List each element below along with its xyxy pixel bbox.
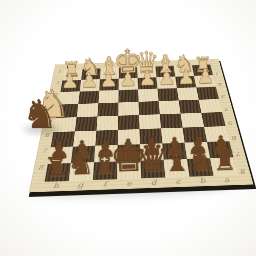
file-label-a: a — [214, 175, 241, 186]
rank-label-right-4: 4 — [219, 99, 233, 112]
square-a5 — [201, 112, 225, 127]
square-c4 — [159, 100, 181, 114]
black-rook-piece: ♜ — [201, 147, 248, 175]
file-label-e: e — [117, 178, 142, 189]
square-b4 — [179, 100, 202, 114]
square-g4 — [77, 103, 99, 117]
square-e5 — [118, 115, 140, 130]
file-label-g: g — [68, 180, 93, 191]
square-f3 — [98, 90, 118, 103]
square-d5 — [139, 114, 161, 129]
square-c5 — [160, 114, 183, 129]
square-e4 — [118, 102, 139, 116]
square-a8: ♜ — [210, 157, 238, 175]
file-label-f: f — [92, 179, 117, 190]
file-label-c: c — [165, 177, 191, 188]
square-g3 — [78, 91, 99, 104]
square-b5 — [181, 113, 205, 128]
square-d3 — [138, 89, 159, 102]
file-label-h: h — [43, 181, 69, 192]
square-c3 — [158, 88, 179, 101]
square-e3 — [118, 90, 138, 103]
rank-label-right-3: 3 — [216, 86, 230, 99]
board-grid: ♜♞♝♚♛♝♞♜♟♟♟♟♟♟♟♟♟♟♟♟♟♟♟♟♜♞♝♚♛♝♞♜ — [45, 65, 238, 182]
square-f5 — [96, 116, 118, 131]
file-label-d: d — [141, 178, 166, 189]
file-label-b: b — [189, 176, 215, 187]
off-board-pieces-shadow — [24, 126, 60, 133]
square-g5 — [75, 116, 98, 131]
square-b3 — [177, 87, 199, 100]
square-f4 — [97, 103, 118, 117]
square-d4 — [139, 101, 160, 115]
product-photo-scene: hgfedcba 12345678 12345678 ♜♞♝♚♛♝♞♜♟♟♟♟♟… — [0, 0, 256, 256]
